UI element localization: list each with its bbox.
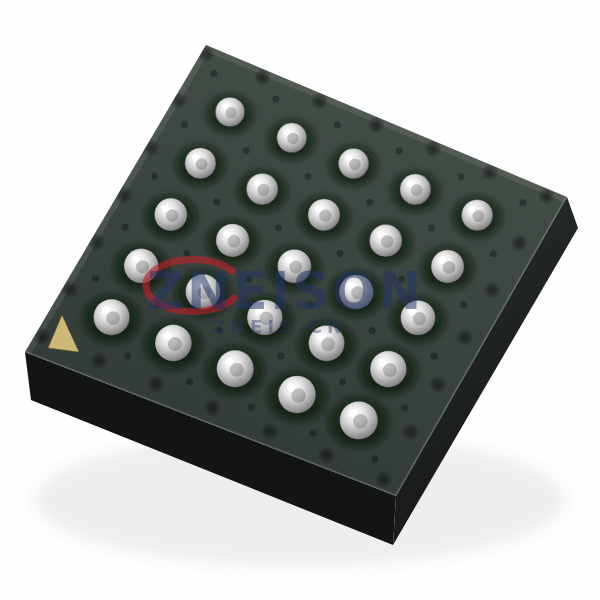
mold-texture-dot: [183, 250, 190, 257]
mold-texture-dot: [186, 378, 193, 385]
mold-texture-dot: [519, 199, 526, 206]
mold-texture-dot: [334, 122, 341, 129]
watermark-logo-text: ZNEISON: [147, 262, 424, 321]
solder-ball-specular-highlight: [102, 306, 110, 314]
mold-texture-dot: [396, 147, 403, 154]
mold-dimple: [90, 351, 108, 369]
mold-dimple: [367, 116, 385, 134]
solder-ball-specular-highlight: [287, 383, 295, 391]
mold-dimple: [317, 446, 335, 464]
mold-texture-dot: [339, 378, 346, 385]
mold-texture-dot: [304, 173, 311, 180]
mold-texture-dot: [92, 275, 99, 282]
solder-ball-specular-highlight: [163, 332, 171, 340]
watermark-sub-text: ZNEIS.CN: [212, 316, 347, 337]
mold-texture-dot: [458, 173, 465, 180]
mold-texture-dot: [248, 404, 255, 411]
mold-dimple: [197, 44, 215, 62]
mold-dimple: [33, 328, 51, 346]
mold-texture-dot: [275, 224, 282, 231]
mold-dimple: [204, 399, 222, 417]
solder-ball-specular-highlight: [315, 205, 322, 212]
solder-ball-specular-highlight: [439, 257, 446, 264]
mold-texture-dot: [210, 70, 217, 77]
mold-texture-dot: [401, 404, 408, 411]
mold-texture-dot: [181, 121, 188, 128]
solder-ball-specular-highlight: [377, 231, 384, 238]
solder-ball-specular-highlight: [378, 358, 386, 366]
solder-ball-specular-highlight: [254, 180, 261, 187]
product-photo: ZNEISON ZNEIS.CN: [0, 0, 600, 600]
mold-dimple: [147, 375, 165, 393]
solder-ball-specular-highlight: [225, 358, 233, 366]
mold-dimple: [374, 470, 392, 488]
mold-dimple: [456, 328, 474, 346]
mold-texture-dot: [243, 147, 250, 154]
mold-dimple: [429, 376, 447, 394]
mold-texture-dot: [490, 250, 497, 257]
mold-texture-dot: [213, 198, 220, 205]
mold-texture-dot: [431, 353, 438, 360]
mold-dimple: [538, 187, 556, 205]
mold-texture-dot: [369, 327, 376, 334]
mold-dimple: [60, 280, 78, 298]
mold-texture-dot: [151, 173, 158, 180]
solder-ball-specular-highlight: [222, 103, 229, 110]
mold-texture-dot: [124, 352, 131, 359]
solder-ball-specular-highlight: [224, 230, 231, 237]
mold-texture-dot: [371, 455, 378, 462]
solder-ball-specular-highlight: [348, 409, 356, 417]
solder-ball-specular-highlight: [192, 154, 199, 161]
mold-dimple: [481, 163, 499, 181]
mold-dimple: [169, 92, 187, 110]
mold-texture-dot: [272, 96, 279, 103]
mold-dimple: [483, 281, 501, 299]
solder-ball-specular-highlight: [284, 129, 291, 136]
solder-ball-specular-highlight: [345, 154, 352, 161]
solder-ball-specular-highlight: [407, 180, 414, 187]
mold-texture-dot: [310, 430, 317, 437]
mold-dimple: [402, 423, 420, 441]
bga-photo-svg: ZNEISON ZNEIS.CN: [0, 0, 600, 600]
mold-dimple: [310, 92, 328, 110]
mold-texture-dot: [337, 250, 344, 257]
mold-texture-dot: [277, 353, 284, 360]
solder-ball-specular-highlight: [132, 255, 140, 263]
mold-dimple: [88, 233, 106, 251]
mold-texture-dot: [428, 224, 435, 231]
solder-ball-specular-highlight: [162, 205, 169, 212]
mold-dimple: [510, 234, 528, 252]
solder-ball-specular-highlight: [469, 206, 476, 213]
mold-texture-dot: [122, 224, 129, 231]
mold-dimple: [253, 68, 271, 86]
mold-dimple: [424, 139, 442, 157]
mold-texture-dot: [460, 302, 467, 309]
mold-texture-dot: [366, 199, 373, 206]
mold-dimple: [142, 139, 160, 157]
mold-dimple: [115, 186, 133, 204]
mold-dimple: [261, 423, 279, 441]
